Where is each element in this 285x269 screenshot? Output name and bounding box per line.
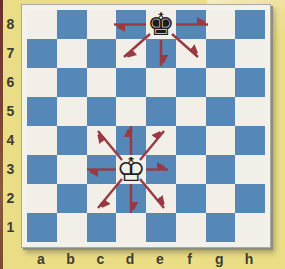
file-label-d: d [115, 248, 145, 269]
square-h6 [235, 68, 265, 97]
rank-label-3: 3 [2, 154, 19, 183]
square-e1 [146, 213, 176, 242]
black-king: ♚ [146, 10, 176, 39]
square-c3 [87, 155, 117, 184]
square-d2 [116, 184, 146, 213]
square-a7 [27, 39, 57, 68]
file-label-a: a [26, 248, 56, 269]
square-f6 [176, 68, 206, 97]
square-g6 [206, 68, 236, 97]
square-a1 [27, 213, 57, 242]
square-a6 [27, 68, 57, 97]
square-a5 [27, 97, 57, 126]
rank-label-8: 8 [2, 9, 19, 38]
square-h1 [235, 213, 265, 242]
square-c2 [87, 184, 117, 213]
rank-label-2: 2 [2, 183, 19, 212]
file-label-e: e [145, 248, 175, 269]
square-h7 [235, 39, 265, 68]
square-c4 [87, 126, 117, 155]
square-f2 [176, 184, 206, 213]
rank-label-7: 7 [2, 38, 19, 67]
square-f7 [176, 39, 206, 68]
square-b4 [57, 126, 87, 155]
square-b7 [57, 39, 87, 68]
file-labels: abcdefgh [26, 248, 264, 269]
square-c5 [87, 97, 117, 126]
square-f4 [176, 126, 206, 155]
square-c8 [87, 10, 117, 39]
square-h5 [235, 97, 265, 126]
square-b2 [57, 184, 87, 213]
square-g7 [206, 39, 236, 68]
rank-label-4: 4 [2, 125, 19, 154]
rank-label-6: 6 [2, 67, 19, 96]
square-g4 [206, 126, 236, 155]
book-page: 87654321 ♚♔ abcdefgh [0, 0, 285, 269]
square-f3 [176, 155, 206, 184]
square-g1 [206, 213, 236, 242]
square-f5 [176, 97, 206, 126]
square-g8 [206, 10, 236, 39]
file-label-f: f [175, 248, 205, 269]
square-e3 [146, 155, 176, 184]
square-c7 [87, 39, 117, 68]
square-g5 [206, 97, 236, 126]
square-c1 [87, 213, 117, 242]
square-d8 [116, 10, 146, 39]
square-a2 [27, 184, 57, 213]
rank-labels: 87654321 [2, 9, 19, 241]
square-a4 [27, 126, 57, 155]
square-h2 [235, 184, 265, 213]
square-f1 [176, 213, 206, 242]
square-h3 [235, 155, 265, 184]
square-b3 [57, 155, 87, 184]
file-label-h: h [234, 248, 264, 269]
square-g3 [206, 155, 236, 184]
square-d6 [116, 68, 146, 97]
square-e6 [146, 68, 176, 97]
square-e5 [146, 97, 176, 126]
square-d5 [116, 97, 146, 126]
square-a3 [27, 155, 57, 184]
square-b8 [57, 10, 87, 39]
file-label-c: c [86, 248, 116, 269]
square-d3: ♔ [116, 155, 146, 184]
file-label-g: g [205, 248, 235, 269]
square-d7 [116, 39, 146, 68]
square-b1 [57, 213, 87, 242]
square-e4 [146, 126, 176, 155]
square-e2 [146, 184, 176, 213]
board-grid: ♚♔ [27, 10, 265, 242]
square-c6 [87, 68, 117, 97]
square-f8 [176, 10, 206, 39]
square-b5 [57, 97, 87, 126]
square-b6 [57, 68, 87, 97]
square-e7 [146, 39, 176, 68]
rank-label-5: 5 [2, 96, 19, 125]
square-h8 [235, 10, 265, 39]
square-h4 [235, 126, 265, 155]
square-g2 [206, 184, 236, 213]
rank-label-1: 1 [2, 212, 19, 241]
white-king: ♔ [116, 155, 146, 184]
file-label-b: b [56, 248, 86, 269]
square-a8 [27, 10, 57, 39]
chess-board: ♚♔ [21, 4, 271, 248]
square-d1 [116, 213, 146, 242]
square-e8: ♚ [146, 10, 176, 39]
